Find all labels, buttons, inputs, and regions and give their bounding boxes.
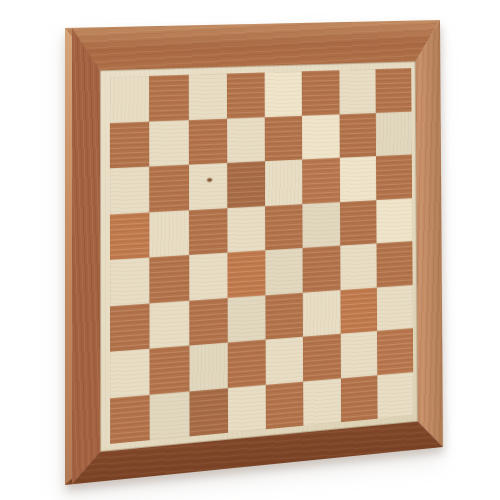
- square-d8: [227, 72, 265, 118]
- square-a3: [110, 303, 150, 352]
- square-c5: [189, 208, 228, 255]
- square-f4: [303, 246, 340, 293]
- square-c4: [189, 253, 228, 301]
- square-g6: [339, 156, 376, 202]
- square-h3: [377, 285, 413, 331]
- squares-grid: [110, 68, 414, 444]
- square-f5: [303, 202, 340, 248]
- square-a1: [110, 394, 150, 444]
- square-f6: [302, 158, 339, 204]
- square-a7: [110, 121, 150, 168]
- square-f3: [303, 290, 340, 337]
- square-b5: [150, 210, 189, 258]
- square-g5: [340, 200, 377, 246]
- square-c3: [189, 298, 228, 346]
- square-f7: [302, 114, 339, 160]
- square-a5: [110, 212, 150, 260]
- square-h5: [376, 198, 412, 244]
- square-c6: [188, 163, 227, 210]
- square-e6: [265, 159, 303, 205]
- square-e7: [265, 115, 303, 161]
- square-c7: [188, 118, 227, 164]
- square-h1: [377, 372, 413, 419]
- square-g4: [340, 243, 377, 289]
- wood-knot: [206, 177, 213, 182]
- square-a6: [110, 166, 150, 214]
- square-e2: [266, 337, 304, 385]
- square-e3: [265, 292, 303, 339]
- square-d6: [227, 161, 265, 208]
- square-d7: [227, 117, 265, 163]
- square-c2: [189, 343, 228, 391]
- square-b4: [150, 255, 189, 303]
- square-b7: [149, 120, 188, 167]
- square-f2: [303, 334, 340, 381]
- square-h2: [377, 328, 413, 375]
- product-photo: [0, 0, 500, 500]
- square-h7: [376, 111, 412, 156]
- square-g7: [339, 113, 376, 158]
- square-f8: [302, 70, 339, 115]
- square-f1: [303, 378, 340, 426]
- square-b1: [150, 391, 189, 440]
- square-b8: [149, 75, 188, 121]
- square-e4: [265, 248, 303, 295]
- board-scene: [0, 0, 500, 500]
- square-b6: [149, 165, 188, 212]
- square-h8: [375, 68, 411, 113]
- square-c1: [189, 388, 228, 437]
- square-a2: [110, 349, 150, 398]
- square-d3: [227, 295, 265, 343]
- board-side-edge: [65, 28, 72, 485]
- square-h6: [376, 154, 412, 199]
- square-a4: [110, 257, 150, 305]
- square-b3: [150, 300, 189, 348]
- square-e8: [265, 71, 303, 116]
- chess-board: [65, 20, 443, 485]
- square-e1: [266, 381, 304, 429]
- square-g3: [340, 287, 377, 334]
- square-g8: [339, 69, 376, 114]
- square-g1: [340, 375, 377, 422]
- square-d1: [228, 384, 266, 432]
- square-g2: [340, 331, 377, 378]
- square-d4: [227, 250, 265, 297]
- square-a8: [110, 76, 150, 123]
- square-b2: [150, 346, 189, 395]
- square-d2: [228, 340, 266, 388]
- square-h4: [376, 241, 412, 287]
- square-d5: [227, 206, 265, 253]
- square-e5: [265, 204, 303, 251]
- square-c8: [188, 74, 227, 120]
